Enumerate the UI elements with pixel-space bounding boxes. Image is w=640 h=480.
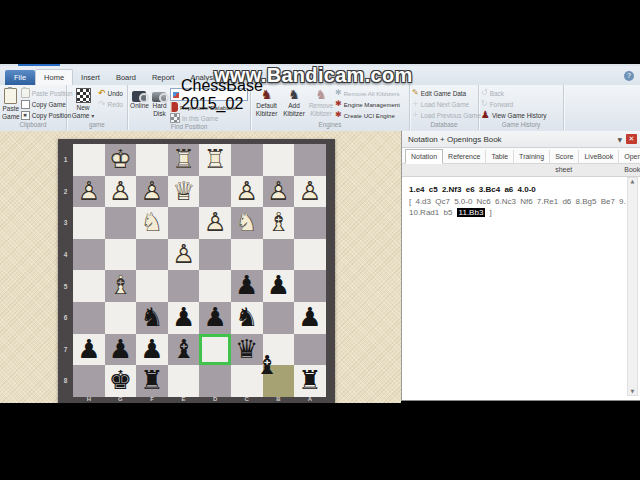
kibitzer-add-icon: ♞: [288, 88, 300, 101]
black-piece-f8[interactable]: ♜: [136, 365, 168, 397]
file-label-f: F: [136, 396, 168, 403]
kibitzer-knight-icon: ♞: [261, 88, 273, 101]
magnifier-icon: [139, 93, 149, 103]
square-c4[interactable]: [231, 239, 263, 271]
kibitzer-remove-icon: ♞: [315, 88, 327, 101]
square-e4[interactable]: ♟♙: [168, 239, 200, 271]
database-icon: [173, 92, 179, 98]
square-e2[interactable]: ♛♕: [168, 176, 200, 208]
square-f8[interactable]: ♜: [136, 365, 168, 397]
redo-button[interactable]: ↷ Redo: [98, 99, 123, 109]
black-piece-c5[interactable]: ♟: [231, 270, 263, 302]
undo-icon: ↶: [98, 89, 106, 98]
ribbon-body: Paste Game Paste Position Copy Game: [0, 85, 640, 132]
square-b1[interactable]: [263, 144, 295, 176]
panel-toolbar-strip: [402, 164, 640, 177]
pencil-icon: ✎: [412, 89, 419, 97]
main-line-moves[interactable]: 1.e4 c5 2.Nf3 e6 3.Bc4 a6 4.0-0: [409, 184, 626, 196]
rank-label-4: 4: [58, 239, 73, 271]
rank-label-2: 2: [58, 176, 73, 208]
engine-management-button[interactable]: ✱ Engine Management: [335, 99, 400, 109]
black-piece-e6[interactable]: ♟: [168, 302, 200, 334]
database-combo[interactable]: ChessBase 2015_02 ▾: [170, 88, 248, 101]
square-e6[interactable]: ♟: [168, 302, 200, 334]
variation-line-2[interactable]: 10.Rad1 b5 11.Bb3 ]: [409, 207, 626, 219]
file-label-e: E: [168, 396, 200, 403]
file-label-b: B: [263, 396, 295, 403]
scroll-up-icon[interactable]: ▲: [631, 178, 635, 185]
square-c3[interactable]: ♞♘: [231, 207, 263, 239]
square-b4[interactable]: [263, 239, 295, 271]
white-piece-e2[interactable]: ♕: [168, 176, 200, 208]
group-clipboard: Paste Game Paste Position Copy Game: [0, 85, 67, 130]
square-b5[interactable]: ♟: [263, 270, 295, 302]
square-h4[interactable]: [73, 239, 105, 271]
black-piece-a8[interactable]: ♜: [294, 365, 326, 397]
square-h5[interactable]: [73, 270, 105, 302]
view-game-history-button[interactable]: ♟ View Game History: [481, 110, 547, 120]
tab-table[interactable]: Table: [486, 150, 514, 163]
square-f7[interactable]: ♟: [136, 334, 168, 366]
panel-dropdown-icon[interactable]: ▼: [617, 136, 622, 143]
remove-all-icon: ✱: [335, 89, 342, 97]
white-piece-a2[interactable]: ♙: [294, 176, 326, 208]
group-label-game: game: [67, 121, 127, 130]
square-h8[interactable]: [73, 365, 105, 397]
square-g5[interactable]: ♝♗: [105, 270, 137, 302]
black-piece-g8[interactable]: ♚: [105, 365, 137, 397]
group-label-find-position: Find Position: [128, 123, 250, 131]
tab-notation[interactable]: Notation: [405, 149, 443, 164]
square-c2[interactable]: ♟♙: [231, 176, 263, 208]
add-kibitzer-button[interactable]: ♞ Add Kibitzer: [281, 87, 307, 118]
white-piece-g2[interactable]: ♙: [105, 176, 137, 208]
white-piece-c2[interactable]: ♙: [231, 176, 263, 208]
square-a3[interactable]: [294, 207, 326, 239]
in-this-game-button[interactable]: In this Game: [170, 113, 248, 123]
help-icon[interactable]: ?: [624, 71, 634, 81]
chessbase-window: www.Bandicam.com File Home Insert Board …: [0, 0, 640, 480]
notation-panel: Notation + Openings Book ▼ ✕ Notation Re…: [401, 131, 640, 401]
white-piece-f3[interactable]: ♘: [136, 207, 168, 239]
white-piece-e1[interactable]: ♖: [168, 144, 200, 176]
tab-reference[interactable]: Reference: [443, 150, 486, 163]
tab-report[interactable]: Report: [144, 70, 183, 85]
file-labels: HGFEDCBA: [73, 396, 326, 403]
tab-file[interactable]: File: [5, 70, 35, 85]
checkbox-checked-icon: [21, 111, 30, 120]
square-b6[interactable]: [263, 302, 295, 334]
group-label-engines: Engines: [251, 121, 409, 130]
magnifier-icon: [159, 93, 169, 103]
square-e8[interactable]: [168, 365, 200, 397]
file-label-a: A: [294, 396, 326, 403]
file-label-h: H: [73, 396, 105, 403]
square-g8[interactable]: ♚: [105, 365, 137, 397]
square-e5[interactable]: [168, 270, 200, 302]
square-a2[interactable]: ♟♙: [294, 176, 326, 208]
load-next-game-button[interactable]: + Load Next Game: [412, 99, 481, 109]
back-button[interactable]: ↺ Back: [481, 88, 547, 98]
square-f5[interactable]: [136, 270, 168, 302]
book-icon: [170, 102, 178, 112]
scroll-down-icon[interactable]: ▼: [631, 388, 635, 395]
white-piece-g1[interactable]: ♔: [105, 144, 137, 176]
square-h1[interactable]: [73, 144, 105, 176]
square-c6[interactable]: ♞: [231, 302, 263, 334]
copy-game-checkbox[interactable]: Copy Game: [21, 99, 73, 109]
paste-position-button[interactable]: Paste Position: [21, 88, 73, 98]
group-label-database: Database: [410, 121, 478, 130]
move-list[interactable]: 1.e4 c5 2.Nf3 e6 3.Bc4 a6 4.0-0 [ 4.d3 Q…: [402, 177, 640, 219]
tab-score-sheet[interactable]: Score sheet: [550, 150, 579, 163]
square-g4[interactable]: [105, 239, 137, 271]
square-f2[interactable]: ♟♙: [136, 176, 168, 208]
close-icon[interactable]: ✕: [626, 134, 637, 144]
notation-scrollbar[interactable]: ▲ ▼: [627, 177, 638, 396]
square-f1[interactable]: [136, 144, 168, 176]
square-g1[interactable]: ♚♔: [105, 144, 137, 176]
group-label-clipboard: Clipboard: [0, 121, 66, 130]
chessboard-icon: [76, 88, 91, 103]
square-f6[interactable]: ♞: [136, 302, 168, 334]
uci-engine-icon: ✱: [335, 111, 342, 119]
forward-button[interactable]: ↻ Forward: [481, 99, 547, 109]
square-a1[interactable]: [294, 144, 326, 176]
square-d1[interactable]: ♜♖: [199, 144, 231, 176]
group-game-history: ↺ Back ↻ Forward ♟ View Game History: [479, 85, 564, 130]
current-move-highlight[interactable]: 11.Bb3: [457, 208, 486, 217]
new-game-button[interactable]: New Game ▾: [69, 87, 97, 120]
square-g6[interactable]: [105, 302, 137, 334]
black-piece-b5[interactable]: ♟: [263, 270, 295, 302]
workspace-background: 12345678 ♚♔♜♖♜♖♟♙♟♙♟♙♛♕♟♙♟♙♟♙♞♘♟♙♞♘♝♗♟♙♝…: [0, 131, 401, 403]
square-a6[interactable]: ♟: [294, 302, 326, 334]
clipboard-icon: [4, 88, 17, 104]
default-kibitzer-button[interactable]: ♞ Default Kibitzer: [253, 87, 280, 118]
square-h3[interactable]: [73, 207, 105, 239]
dropdown-caret-icon: ▾: [91, 112, 94, 119]
black-piece-c6[interactable]: ♞: [231, 302, 263, 334]
group-game: New Game ▾ ↶ Undo ↷ Redo game: [67, 85, 128, 130]
square-d3[interactable]: ♟♙: [199, 207, 231, 239]
file-label-d: D: [199, 396, 231, 403]
redo-icon: ↷: [98, 100, 106, 109]
square-a7[interactable]: [294, 334, 326, 366]
checkbox-unchecked-icon: [21, 100, 30, 109]
rank-label-3: 3: [58, 207, 73, 239]
square-e3[interactable]: [168, 207, 200, 239]
black-piece-d6[interactable]: ♟: [199, 302, 231, 334]
white-piece-b3[interactable]: ♗: [263, 207, 295, 239]
clipboard-icon: [21, 88, 30, 98]
black-piece-f7[interactable]: ♟: [136, 334, 168, 366]
square-g3[interactable]: [105, 207, 137, 239]
white-piece-g5[interactable]: ♗: [105, 270, 137, 302]
rank-label-7: 7: [58, 334, 73, 366]
square-d8[interactable]: [199, 365, 231, 397]
tab-training-panel[interactable]: Training: [514, 150, 550, 163]
copy-position-checkbox[interactable]: Copy Position: [21, 110, 73, 120]
black-piece-f6[interactable]: ♞: [136, 302, 168, 334]
square-f4[interactable]: [136, 239, 168, 271]
square-f3[interactable]: ♞♘: [136, 207, 168, 239]
square-e7[interactable]: ♝: [168, 334, 200, 366]
black-piece-h7[interactable]: ♟: [73, 334, 105, 366]
bandicam-watermark: www.Bandicam.com: [214, 64, 413, 87]
square-g7[interactable]: ♟: [105, 334, 137, 366]
panel-title: Notation + Openings Book: [408, 135, 617, 144]
history-piece-icon: ♟: [481, 110, 490, 120]
square-a4[interactable]: [294, 239, 326, 271]
tab-livebook[interactable]: LiveBook: [579, 150, 619, 163]
dragged-black-bishop[interactable]: ♝: [251, 349, 283, 381]
rank-label-8: 8: [58, 365, 73, 397]
white-piece-b2[interactable]: ♙: [263, 176, 295, 208]
undo-button[interactable]: ↶ Undo: [98, 88, 123, 98]
online-button[interactable]: Online: [130, 87, 149, 109]
white-piece-d3[interactable]: ♙: [199, 207, 231, 239]
rank-label-5: 5: [58, 270, 73, 302]
panel-tabs: Notation Reference Table Training Score …: [402, 148, 640, 164]
forward-icon: ↻: [481, 100, 488, 108]
square-d5[interactable]: [199, 270, 231, 302]
square-d2[interactable]: [199, 176, 231, 208]
black-piece-g7[interactable]: ♟: [105, 334, 137, 366]
square-c5[interactable]: ♟: [231, 270, 263, 302]
create-uci-engine-button[interactable]: ✱ Create UCI Engine: [335, 110, 400, 120]
group-engines: ♞ Default Kibitzer ♞ Add Kibitzer ♞ Remo…: [251, 85, 410, 130]
remove-kibitzer-button[interactable]: ♞ Remove Kibitzer: [308, 87, 334, 118]
file-label-c: C: [231, 396, 263, 403]
tab-insert[interactable]: Insert: [73, 70, 108, 85]
square-h6[interactable]: [73, 302, 105, 334]
square-a8[interactable]: ♜: [294, 365, 326, 397]
variation-line-1[interactable]: [ 4.d3 Qc7 5.0-0 Nc6 6.Nc3 Nf6 7.Re1 d6 …: [409, 196, 626, 208]
square-a5[interactable]: [294, 270, 326, 302]
white-piece-e4[interactable]: ♙: [168, 239, 200, 271]
gear-icon: ✱: [335, 100, 342, 108]
group-find-position: Online Hard Disk ChessBase 2015_02 ▾: [128, 85, 251, 130]
rank-label-1: 1: [58, 144, 73, 176]
load-previous-icon: +: [412, 111, 419, 119]
rank-labels: 12345678: [58, 144, 73, 397]
repertoire-database-button[interactable]: Repertoire Database: [170, 102, 248, 112]
square-d7[interactable]: [199, 334, 231, 366]
tab-openings-book[interactable]: Openings Book: [619, 150, 640, 163]
white-piece-c3[interactable]: ♘: [231, 207, 263, 239]
hard-disk-button[interactable]: Hard Disk: [150, 87, 169, 118]
black-piece-a6[interactable]: ♟: [294, 302, 326, 334]
white-piece-f2[interactable]: ♙: [136, 176, 168, 208]
white-piece-h2[interactable]: ♙: [73, 176, 105, 208]
square-d6[interactable]: ♟: [199, 302, 231, 334]
load-previous-game-button[interactable]: + Load Previous Game: [412, 110, 481, 120]
square-e1[interactable]: ♜♖: [168, 144, 200, 176]
load-next-icon: +: [412, 100, 419, 108]
group-database: ✎ Edit Game Data + Load Next Game + Load…: [410, 85, 479, 130]
black-piece-e7[interactable]: ♝: [168, 334, 200, 366]
group-label-game-history: Game History: [479, 121, 563, 130]
chess-board: 12345678 ♚♔♜♖♜♖♟♙♟♙♟♙♛♕♟♙♟♙♟♙♞♘♟♙♞♘♝♗♟♙♝…: [58, 139, 335, 403]
file-label-g: G: [105, 396, 137, 403]
rank-label-6: 6: [58, 302, 73, 334]
square-b2[interactable]: ♟♙: [263, 176, 295, 208]
board-grid: ♚♔♜♖♜♖♟♙♟♙♟♙♛♕♟♙♟♙♟♙♞♘♟♙♞♘♝♗♟♙♝♗♟♟♞♟♟♞♟♟…: [73, 144, 326, 397]
paste-game-button[interactable]: Paste Game: [2, 87, 20, 121]
edit-game-data-button[interactable]: ✎ Edit Game Data: [412, 88, 481, 98]
tab-home[interactable]: Home: [35, 69, 73, 85]
mini-board-icon: [170, 113, 180, 123]
remove-all-kibitzers-button[interactable]: ✱ Remove All Kibitzers: [335, 88, 400, 98]
square-b3[interactable]: ♝♗: [263, 207, 295, 239]
square-d4[interactable]: [199, 239, 231, 271]
panel-header[interactable]: Notation + Openings Book ▼ ✕: [402, 131, 640, 148]
white-piece-d1[interactable]: ♖: [199, 144, 231, 176]
square-h7[interactable]: ♟: [73, 334, 105, 366]
square-c1[interactable]: [231, 144, 263, 176]
square-h2[interactable]: ♟♙: [73, 176, 105, 208]
tab-board[interactable]: Board: [108, 70, 144, 85]
back-icon: ↺: [481, 89, 488, 97]
square-g2[interactable]: ♟♙: [105, 176, 137, 208]
